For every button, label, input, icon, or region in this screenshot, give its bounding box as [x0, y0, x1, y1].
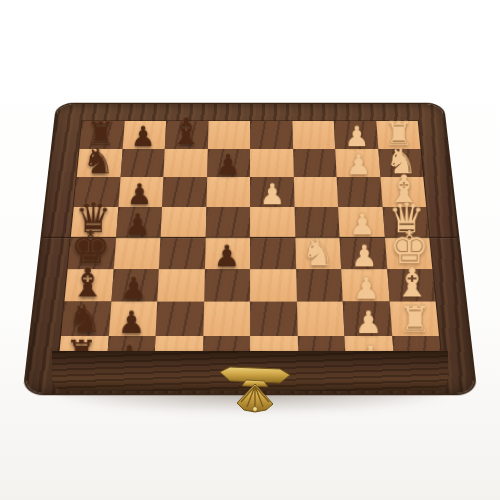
- white-rook[interactable]: ♜: [399, 301, 432, 337]
- square[interactable]: [160, 207, 206, 238]
- square[interactable]: [296, 302, 344, 336]
- square[interactable]: [207, 121, 250, 149]
- square[interactable]: [293, 177, 338, 207]
- square[interactable]: ♟: [334, 121, 378, 149]
- square[interactable]: [113, 237, 160, 269]
- square[interactable]: ♟: [250, 177, 294, 207]
- white-pawn[interactable]: ♟: [346, 150, 371, 178]
- black-pawn[interactable]: ♟: [127, 179, 153, 208]
- square[interactable]: [250, 207, 295, 238]
- square[interactable]: [250, 269, 296, 302]
- square[interactable]: ♟: [338, 207, 384, 238]
- square[interactable]: [206, 177, 250, 207]
- square[interactable]: [120, 149, 165, 178]
- square[interactable]: ♟: [108, 302, 157, 336]
- square[interactable]: [250, 237, 296, 269]
- chess-board-grid: ♜♟♝♟♜♞♟♟♞♟♟♝♛♟♟♛♚♟♞♟♚♝♟♟♝♞♟♟♜♜♟♟: [58, 121, 443, 371]
- black-pawn[interactable]: ♟: [120, 273, 147, 303]
- photo-scene: ♜♟♝♟♜♞♟♟♞♟♟♝♛♟♟♛♚♟♞♟♚♝♟♟♝♞♟♟♜♜♟♟: [0, 0, 500, 500]
- brass-clasp-icon[interactable]: [216, 360, 294, 414]
- square[interactable]: ♟: [207, 149, 250, 178]
- square[interactable]: ♟: [204, 237, 250, 269]
- square[interactable]: [204, 269, 250, 302]
- white-pawn[interactable]: ♟: [353, 273, 380, 303]
- white-pawn[interactable]: ♟: [354, 306, 382, 337]
- white-pawn[interactable]: ♟: [349, 210, 375, 239]
- white-pawn[interactable]: ♟: [259, 179, 285, 208]
- black-pawn[interactable]: ♟: [131, 122, 156, 150]
- square[interactable]: [293, 149, 337, 178]
- square[interactable]: ♟: [340, 237, 387, 269]
- white-pawn[interactable]: ♟: [344, 122, 369, 150]
- square[interactable]: [296, 269, 343, 302]
- square[interactable]: ♟: [335, 149, 380, 178]
- square[interactable]: [157, 269, 204, 302]
- square[interactable]: [162, 177, 207, 207]
- square[interactable]: ♞: [77, 149, 122, 178]
- black-pawn[interactable]: ♟: [216, 150, 241, 178]
- black-pawn[interactable]: ♟: [214, 241, 241, 271]
- square[interactable]: [163, 149, 207, 178]
- white-pawn[interactable]: ♟: [351, 241, 378, 271]
- square[interactable]: ♟: [341, 269, 389, 302]
- square[interactable]: ♟: [343, 302, 392, 336]
- square[interactable]: [250, 302, 297, 336]
- square[interactable]: [159, 237, 205, 269]
- square[interactable]: [250, 149, 293, 178]
- black-knight[interactable]: ♞: [82, 143, 114, 179]
- square[interactable]: ♟: [118, 177, 163, 207]
- square[interactable]: ♞: [61, 302, 111, 336]
- square[interactable]: [203, 302, 250, 336]
- square[interactable]: ♟: [116, 207, 162, 238]
- chess-board: ♜♟♝♟♜♞♟♟♞♟♟♝♛♟♟♛♚♟♞♟♚♝♟♟♝♞♟♟♜♜♟♟: [25, 104, 475, 393]
- black-pawn[interactable]: ♟: [125, 210, 151, 239]
- square[interactable]: ♜: [389, 302, 439, 336]
- square[interactable]: [292, 121, 335, 149]
- square[interactable]: ♝: [387, 269, 436, 302]
- square[interactable]: ♟: [122, 121, 166, 149]
- square[interactable]: ♟: [111, 269, 159, 302]
- square[interactable]: ♞: [295, 237, 341, 269]
- square[interactable]: [337, 177, 382, 207]
- square[interactable]: [250, 121, 293, 149]
- square[interactable]: [205, 207, 250, 238]
- black-bishop[interactable]: ♝: [169, 113, 202, 150]
- black-pawn[interactable]: ♟: [118, 306, 146, 337]
- square[interactable]: ♝: [165, 121, 208, 149]
- white-knight[interactable]: ♞: [302, 233, 336, 270]
- square[interactable]: [156, 302, 204, 336]
